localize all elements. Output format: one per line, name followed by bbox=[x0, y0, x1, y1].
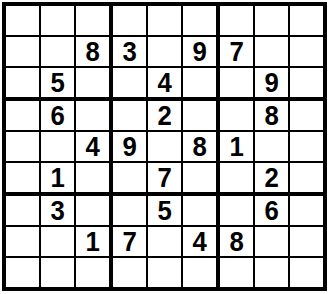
cell-r6c7[interactable] bbox=[220, 163, 255, 196]
cell-r9c3[interactable] bbox=[76, 258, 113, 287]
cell-r5c5[interactable] bbox=[148, 132, 183, 163]
cell-r7c9[interactable] bbox=[290, 196, 323, 227]
cell-r6c1[interactable] bbox=[6, 163, 41, 196]
given-digit: 8 bbox=[264, 101, 278, 130]
cell-r1c9[interactable] bbox=[290, 6, 323, 37]
cell-r6c8[interactable]: 2 bbox=[255, 163, 290, 196]
cell-r3c7[interactable] bbox=[220, 68, 255, 101]
given-digit: 9 bbox=[192, 37, 206, 66]
given-digit: 5 bbox=[50, 68, 64, 97]
cell-r2c1[interactable] bbox=[6, 37, 41, 68]
cell-r4c9[interactable] bbox=[290, 101, 323, 132]
cell-r1c8[interactable] bbox=[255, 6, 290, 37]
cell-r2c2[interactable] bbox=[41, 37, 76, 68]
cell-r1c6[interactable] bbox=[183, 6, 220, 37]
cell-r2c9[interactable] bbox=[290, 37, 323, 68]
cell-r4c5[interactable]: 2 bbox=[148, 101, 183, 132]
cell-r6c4[interactable] bbox=[113, 163, 148, 196]
cell-r4c6[interactable] bbox=[183, 101, 220, 132]
cell-r3c1[interactable] bbox=[6, 68, 41, 101]
cell-r3c6[interactable] bbox=[183, 68, 220, 101]
given-digit: 6 bbox=[264, 196, 278, 225]
given-digit: 6 bbox=[50, 101, 64, 130]
cell-r5c8[interactable] bbox=[255, 132, 290, 163]
given-digit: 9 bbox=[264, 68, 278, 97]
cell-r1c4[interactable] bbox=[113, 6, 148, 37]
cell-r3c3[interactable] bbox=[76, 68, 113, 101]
cell-r1c1[interactable] bbox=[6, 6, 41, 37]
given-digit: 7 bbox=[122, 227, 136, 256]
cell-r8c8[interactable] bbox=[255, 227, 290, 258]
cell-r8c1[interactable] bbox=[6, 227, 41, 258]
cell-r8c9[interactable] bbox=[290, 227, 323, 258]
given-digit: 9 bbox=[122, 132, 136, 161]
cell-r7c6[interactable] bbox=[183, 196, 220, 227]
cell-r2c5[interactable] bbox=[148, 37, 183, 68]
given-digit: 3 bbox=[50, 196, 64, 225]
cell-r3c8[interactable]: 9 bbox=[255, 68, 290, 101]
cell-r6c2[interactable]: 1 bbox=[41, 163, 76, 196]
cell-r1c2[interactable] bbox=[41, 6, 76, 37]
cell-r7c8[interactable]: 6 bbox=[255, 196, 290, 227]
cell-r4c2[interactable]: 6 bbox=[41, 101, 76, 132]
cell-r8c3[interactable]: 1 bbox=[76, 227, 113, 258]
cell-r3c5[interactable]: 4 bbox=[148, 68, 183, 101]
cell-r2c6[interactable]: 9 bbox=[183, 37, 220, 68]
cell-r7c3[interactable] bbox=[76, 196, 113, 227]
given-digit: 8 bbox=[192, 132, 206, 161]
cell-r2c8[interactable] bbox=[255, 37, 290, 68]
given-digit: 1 bbox=[50, 163, 64, 192]
cell-r8c5[interactable] bbox=[148, 227, 183, 258]
cell-r3c4[interactable] bbox=[113, 68, 148, 101]
cell-r8c7[interactable]: 8 bbox=[220, 227, 255, 258]
given-digit: 8 bbox=[229, 227, 243, 256]
cell-r8c4[interactable]: 7 bbox=[113, 227, 148, 258]
cell-r2c4[interactable]: 3 bbox=[113, 37, 148, 68]
cell-r1c7[interactable] bbox=[220, 6, 255, 37]
cell-r4c8[interactable]: 8 bbox=[255, 101, 290, 132]
cell-r2c7[interactable]: 7 bbox=[220, 37, 255, 68]
cell-r6c9[interactable] bbox=[290, 163, 323, 196]
cell-r6c6[interactable] bbox=[183, 163, 220, 196]
given-digit: 7 bbox=[157, 163, 171, 192]
cell-r5c6[interactable]: 8 bbox=[183, 132, 220, 163]
cell-r5c9[interactable] bbox=[290, 132, 323, 163]
given-digit: 8 bbox=[85, 37, 99, 66]
sudoku-board: 839754962849811723561748 bbox=[2, 2, 327, 291]
given-digit: 4 bbox=[192, 227, 206, 256]
cell-r2c3[interactable]: 8 bbox=[76, 37, 113, 68]
cell-r7c2[interactable]: 3 bbox=[41, 196, 76, 227]
cell-r5c2[interactable] bbox=[41, 132, 76, 163]
given-digit: 1 bbox=[229, 132, 243, 161]
cell-r9c8[interactable] bbox=[255, 258, 290, 287]
cell-r9c9[interactable] bbox=[290, 258, 323, 287]
given-digit: 3 bbox=[122, 37, 136, 66]
cell-r5c1[interactable] bbox=[6, 132, 41, 163]
cell-r5c7[interactable]: 1 bbox=[220, 132, 255, 163]
cell-r8c6[interactable]: 4 bbox=[183, 227, 220, 258]
cell-r9c1[interactable] bbox=[6, 258, 41, 287]
cell-r4c1[interactable] bbox=[6, 101, 41, 132]
cell-r7c7[interactable] bbox=[220, 196, 255, 227]
cell-r9c5[interactable] bbox=[148, 258, 183, 287]
cell-r1c5[interactable] bbox=[148, 6, 183, 37]
cell-r9c6[interactable] bbox=[183, 258, 220, 287]
given-digit: 5 bbox=[157, 196, 171, 225]
cell-r7c5[interactable]: 5 bbox=[148, 196, 183, 227]
cell-r8c2[interactable] bbox=[41, 227, 76, 258]
cell-r9c7[interactable] bbox=[220, 258, 255, 287]
cell-r5c3[interactable]: 4 bbox=[76, 132, 113, 163]
given-digit: 7 bbox=[229, 37, 243, 66]
given-digit: 2 bbox=[264, 163, 278, 192]
cell-r5c4[interactable]: 9 bbox=[113, 132, 148, 163]
given-digit: 4 bbox=[157, 68, 171, 97]
cell-r6c3[interactable] bbox=[76, 163, 113, 196]
cell-r7c1[interactable] bbox=[6, 196, 41, 227]
given-digit: 4 bbox=[85, 132, 99, 161]
cell-r4c3[interactable] bbox=[76, 101, 113, 132]
given-digit: 2 bbox=[157, 101, 171, 130]
cell-r4c4[interactable] bbox=[113, 101, 148, 132]
cell-r9c2[interactable] bbox=[41, 258, 76, 287]
given-digit: 1 bbox=[85, 227, 99, 256]
cell-r4c7[interactable] bbox=[220, 101, 255, 132]
cell-r1c3[interactable] bbox=[76, 6, 113, 37]
cell-r3c2[interactable]: 5 bbox=[41, 68, 76, 101]
cell-r9c4[interactable] bbox=[113, 258, 148, 287]
cell-r7c4[interactable] bbox=[113, 196, 148, 227]
cell-r3c9[interactable] bbox=[290, 68, 323, 101]
cell-r6c5[interactable]: 7 bbox=[148, 163, 183, 196]
